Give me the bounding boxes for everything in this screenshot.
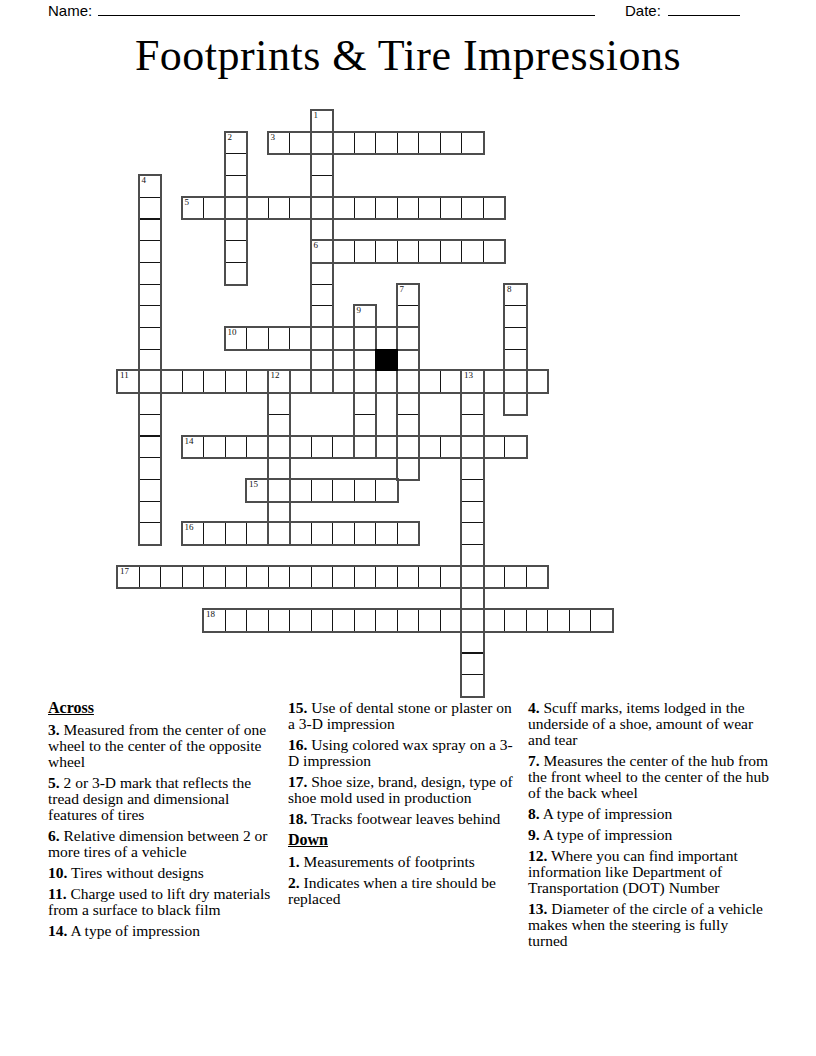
grid-cell[interactable] <box>397 370 420 393</box>
clue-17: 17. Shoe size, brand, design, type of sh… <box>288 774 518 806</box>
clue-number-label: 3. <box>48 721 60 738</box>
clue-number-label: 1. <box>288 853 300 870</box>
grid-cell[interactable] <box>375 197 398 220</box>
grid-cell[interactable] <box>397 457 420 480</box>
grid-cell[interactable] <box>526 370 549 393</box>
clue-8: 8. A type of impression <box>528 806 770 822</box>
clue-number-label: 17. <box>288 773 307 790</box>
grid-cell[interactable] <box>246 327 269 350</box>
grid-cell[interactable]: 11 <box>117 370 140 393</box>
grid-cell[interactable] <box>203 370 226 393</box>
clue-10: 10. Tires without designs <box>48 865 278 881</box>
grid-cell[interactable] <box>440 566 463 589</box>
grid-cell[interactable] <box>139 370 162 393</box>
grid-cell[interactable] <box>440 370 463 393</box>
clue-number: 10 <box>228 328 237 337</box>
clue-number: 14 <box>185 437 194 446</box>
name-label: Name: <box>48 2 92 19</box>
grid-cell[interactable] <box>139 566 162 589</box>
grid-cell[interactable] <box>139 414 162 437</box>
grid-cell[interactable] <box>461 522 484 545</box>
grid-cell[interactable] <box>160 566 183 589</box>
grid-cell[interactable] <box>483 370 506 393</box>
grid-cell[interactable] <box>289 479 312 502</box>
grid-cell[interactable] <box>440 197 463 220</box>
header-row: Name: Date: <box>48 2 768 20</box>
grid-cell[interactable] <box>461 457 484 480</box>
grid-cell[interactable] <box>203 522 226 545</box>
clue-number-label: 4. <box>528 699 540 716</box>
clue-number-label: 14. <box>48 922 67 939</box>
clue-number: 16 <box>185 523 194 532</box>
grid-cell[interactable] <box>268 501 291 524</box>
grid-cell[interactable] <box>354 370 377 393</box>
grid-cell[interactable] <box>225 219 248 242</box>
grid-cell[interactable] <box>590 609 613 632</box>
clue-9: 9. A type of impression <box>528 827 770 843</box>
grid-cell[interactable] <box>397 197 420 220</box>
grid-cell[interactable] <box>246 370 269 393</box>
grid-cell[interactable]: 7 <box>397 284 420 307</box>
grid-cell[interactable] <box>225 522 248 545</box>
clue-16: 16. Using colored wax spray on a 3-D imp… <box>288 737 518 769</box>
clue-number-label: 11. <box>48 885 67 902</box>
grid-cell[interactable] <box>418 240 441 263</box>
grid-cell[interactable] <box>311 609 334 632</box>
grid-cell[interactable]: 9 <box>354 305 377 328</box>
grid-cell[interactable] <box>397 327 420 350</box>
grid-cell[interactable] <box>139 197 162 220</box>
clue-number: 17 <box>120 567 129 576</box>
grid-cell[interactable] <box>311 327 334 350</box>
grid-cell[interactable]: 5 <box>182 197 205 220</box>
clue-4: 4. Scuff marks, items lodged in the unde… <box>528 700 770 748</box>
grid-cell[interactable]: 4 <box>139 175 162 198</box>
grid-cell[interactable] <box>182 370 205 393</box>
grid-cell[interactable] <box>203 566 226 589</box>
grid-cell[interactable]: 2 <box>225 132 248 155</box>
grid-cell[interactable] <box>311 262 334 285</box>
grid-cell[interactable] <box>268 436 291 459</box>
grid-cell[interactable]: 13 <box>461 370 484 393</box>
grid-cell[interactable] <box>483 436 506 459</box>
grid-cell[interactable] <box>375 436 398 459</box>
grid-cell[interactable] <box>440 132 463 155</box>
grid-cell[interactable]: 14 <box>182 436 205 459</box>
grid-cell[interactable] <box>354 522 377 545</box>
grid-cell[interactable] <box>225 262 248 285</box>
grid-cell[interactable] <box>225 153 248 176</box>
clue-7: 7. Measures the center of the hub from t… <box>528 753 770 801</box>
grid-cell[interactable] <box>139 284 162 307</box>
grid-cell[interactable] <box>311 349 334 372</box>
clue-number-label: 13. <box>528 900 547 917</box>
clue-number: 13 <box>464 371 473 380</box>
grid-cell[interactable] <box>461 479 484 502</box>
grid-cell[interactable]: 6 <box>311 240 334 263</box>
grid-cell[interactable] <box>139 327 162 350</box>
grid-cell[interactable] <box>461 436 484 459</box>
grid-cell[interactable] <box>461 197 484 220</box>
grid-cell[interactable] <box>289 522 312 545</box>
grid-cell[interactable] <box>461 414 484 437</box>
grid-cell[interactable] <box>139 479 162 502</box>
grid-cell[interactable] <box>268 522 291 545</box>
grid-cell[interactable] <box>246 566 269 589</box>
grid-cell[interactable] <box>332 132 355 155</box>
grid-cell[interactable] <box>311 197 334 220</box>
clue-14: 14. A type of impression <box>48 923 278 939</box>
grid-cell[interactable] <box>139 436 162 459</box>
grid-cell[interactable] <box>311 284 334 307</box>
clue-3: 3. Measured from the center of one wheel… <box>48 722 278 770</box>
grid-cell[interactable] <box>354 414 377 437</box>
grid-cell[interactable] <box>461 653 484 676</box>
grid-cell[interactable] <box>526 566 549 589</box>
grid-cell[interactable] <box>311 175 334 198</box>
grid-cell[interactable] <box>289 566 312 589</box>
grid-cell[interactable] <box>354 479 377 502</box>
clue-number-label: 2. <box>288 874 300 891</box>
grid-cell[interactable] <box>354 436 377 459</box>
clue-13: 13. Diameter of the circle of a vehicle … <box>528 901 770 949</box>
grid-cell[interactable] <box>440 240 463 263</box>
clue-6: 6. Relative dimension between 2 or more … <box>48 828 278 860</box>
grid-cell[interactable] <box>332 240 355 263</box>
grid-cell[interactable] <box>225 240 248 263</box>
clue-number: 7 <box>400 285 405 294</box>
grid-cell[interactable] <box>332 609 355 632</box>
grid-cell[interactable] <box>225 175 248 198</box>
clue-number-label: 6. <box>48 827 60 844</box>
grid-cell[interactable] <box>332 197 355 220</box>
grid-cell[interactable] <box>246 197 269 220</box>
grid-cell[interactable] <box>504 566 527 589</box>
grid-cell[interactable] <box>375 479 398 502</box>
grid-cell[interactable] <box>418 566 441 589</box>
grid-cell[interactable] <box>397 349 420 372</box>
grid-cell[interactable]: 17 <box>117 566 140 589</box>
grid-cell[interactable] <box>375 522 398 545</box>
grid-cell[interactable] <box>332 566 355 589</box>
grid-cell[interactable] <box>139 522 162 545</box>
grid-cell[interactable] <box>418 132 441 155</box>
grid-cell[interactable] <box>483 609 506 632</box>
grid-cell[interactable] <box>225 609 248 632</box>
grid-cell[interactable] <box>440 436 463 459</box>
grid-cell[interactable]: 3 <box>268 132 291 155</box>
grid-cell[interactable] <box>461 544 484 567</box>
clue-column-3: 4. Scuff marks, items lodged in the unde… <box>528 700 770 954</box>
grid-cell[interactable] <box>182 566 205 589</box>
clue-column-1: Across3. Measured from the center of one… <box>48 700 278 944</box>
grid-cell[interactable] <box>461 392 484 415</box>
worksheet-page: Name: Date: Footprints & Tire Impression… <box>0 0 816 1056</box>
grid-cell[interactable] <box>139 457 162 480</box>
clue-18: 18. Tracks footwear leaves behind <box>288 811 518 827</box>
name-blank-line <box>98 15 595 16</box>
grid-cell[interactable] <box>461 631 484 654</box>
grid-cell[interactable] <box>268 609 291 632</box>
grid-cell[interactable] <box>268 479 291 502</box>
grid-cell[interactable] <box>311 370 334 393</box>
grid-cell[interactable] <box>332 436 355 459</box>
grid-cell[interactable] <box>461 132 484 155</box>
grid-cell[interactable] <box>289 370 312 393</box>
clue-15: 15. Use of dental stone or plaster on a … <box>288 700 518 732</box>
grid-cell[interactable] <box>418 436 441 459</box>
grid-cell[interactable] <box>397 392 420 415</box>
grid-cell[interactable] <box>354 349 377 372</box>
grid-cell[interactable] <box>504 327 527 350</box>
grid-cell[interactable] <box>225 566 248 589</box>
grid-cell[interactable] <box>225 197 248 220</box>
grid-cell[interactable] <box>139 392 162 415</box>
grid-cell[interactable] <box>375 132 398 155</box>
clue-5: 5. 2 or 3-D mark that reflects the tread… <box>48 775 278 823</box>
grid-cell[interactable] <box>311 436 334 459</box>
grid-cell[interactable] <box>246 522 269 545</box>
grid-cell[interactable] <box>418 197 441 220</box>
clue-2: 2. Indicates when a tire should be repla… <box>288 875 518 907</box>
grid-cell[interactable] <box>332 370 355 393</box>
grid-cell[interactable]: 15 <box>246 479 269 502</box>
grid-cell[interactable] <box>375 327 398 350</box>
grid-cell[interactable] <box>483 566 506 589</box>
grid-cell[interactable] <box>354 609 377 632</box>
grid-cell[interactable] <box>311 566 334 589</box>
grid-cell[interactable] <box>203 197 226 220</box>
grid-cell[interactable] <box>375 370 398 393</box>
grid-cell[interactable] <box>354 392 377 415</box>
clue-number: 6 <box>314 241 319 250</box>
clue-number: 8 <box>507 285 512 294</box>
grid-cell[interactable]: 12 <box>268 370 291 393</box>
grid-cell[interactable] <box>461 674 484 697</box>
grid-cell[interactable] <box>397 566 420 589</box>
grid-cell[interactable] <box>397 305 420 328</box>
clue-number-label: 18. <box>288 810 307 827</box>
grid-cell[interactable] <box>397 240 420 263</box>
grid-cell[interactable] <box>418 370 441 393</box>
grid-cell[interactable] <box>504 436 527 459</box>
grid-cell[interactable] <box>526 609 549 632</box>
grid-cell[interactable] <box>397 609 420 632</box>
grid-cell[interactable] <box>268 327 291 350</box>
grid-cell[interactable] <box>354 132 377 155</box>
grid-cell[interactable] <box>461 609 484 632</box>
grid-cell[interactable] <box>354 240 377 263</box>
clue-number-label: 7. <box>528 752 540 769</box>
grid-cell[interactable] <box>332 522 355 545</box>
clue-11: 11. Charge used to lift dry materials fr… <box>48 886 278 918</box>
grid-cell[interactable] <box>139 501 162 524</box>
grid-cell[interactable] <box>375 609 398 632</box>
page-title: Footprints & Tire Impressions <box>0 30 816 81</box>
grid-cell[interactable] <box>461 587 484 610</box>
clue-heading-down: Down <box>288 832 518 848</box>
grid-cell[interactable] <box>268 566 291 589</box>
clue-heading-across: Across <box>48 700 278 716</box>
date-blank-line <box>668 15 740 16</box>
clue-number-label: 12. <box>528 847 547 864</box>
clue-number-label: 10. <box>48 864 67 881</box>
grid-cell[interactable] <box>311 219 334 242</box>
grid-cell[interactable] <box>569 609 592 632</box>
grid-cell[interactable] <box>311 305 334 328</box>
date-label: Date: <box>625 2 661 19</box>
grid-cell[interactable] <box>246 609 269 632</box>
grid-cell[interactable]: 16 <box>182 522 205 545</box>
grid-cell[interactable] <box>504 305 527 328</box>
grid-cell[interactable] <box>139 240 162 263</box>
clue-number-label: 9. <box>528 826 540 843</box>
clue-1: 1. Measurements of footprints <box>288 854 518 870</box>
grid-cell[interactable] <box>311 479 334 502</box>
grid-cell[interactable] <box>203 436 226 459</box>
grid-cell[interactable] <box>461 501 484 524</box>
grid-cell[interactable] <box>139 262 162 285</box>
clue-number-label: 5. <box>48 774 60 791</box>
grid-cell[interactable] <box>461 566 484 589</box>
grid-cell[interactable] <box>397 414 420 437</box>
grid-cell[interactable] <box>332 479 355 502</box>
grid-cell[interactable] <box>354 566 377 589</box>
grid-cell[interactable] <box>397 436 420 459</box>
grid-cell[interactable] <box>289 609 312 632</box>
clue-number-label: 8. <box>528 805 540 822</box>
grid-cell[interactable] <box>225 370 248 393</box>
grid-cell[interactable]: 8 <box>504 284 527 307</box>
grid-cell[interactable] <box>311 522 334 545</box>
clue-number: 5 <box>185 198 190 207</box>
grid-cell[interactable]: 18 <box>203 609 226 632</box>
grid-cell[interactable] <box>225 436 248 459</box>
clue-column-2: 15. Use of dental stone or plaster on a … <box>288 700 518 912</box>
grid-cell[interactable] <box>504 609 527 632</box>
grid-cell[interactable] <box>268 457 291 480</box>
clue-number-label: 15. <box>288 699 307 716</box>
clue-number: 4 <box>142 176 147 185</box>
grid-cell[interactable] <box>268 392 291 415</box>
grid-cell[interactable] <box>160 370 183 393</box>
grid-cell[interactable] <box>311 132 334 155</box>
grid-cell[interactable] <box>504 392 527 415</box>
grid-cell[interactable] <box>289 327 312 350</box>
grid-cell[interactable]: 1 <box>311 110 334 133</box>
grid-cell[interactable] <box>289 132 312 155</box>
grid-cell[interactable] <box>483 240 506 263</box>
grid-cell[interactable] <box>246 436 269 459</box>
grid-cell[interactable] <box>397 522 420 545</box>
grid-cell[interactable] <box>139 305 162 328</box>
grid-cell[interactable] <box>504 370 527 393</box>
grid-cell[interactable] <box>289 436 312 459</box>
grid-cell[interactable] <box>418 609 441 632</box>
clue-number: 3 <box>271 133 276 142</box>
grid-cell[interactable] <box>397 132 420 155</box>
grid-cell[interactable] <box>547 609 570 632</box>
clue-number: 2 <box>228 133 233 142</box>
clue-number: 15 <box>249 480 258 489</box>
grid-cell[interactable] <box>483 197 506 220</box>
grid-cell[interactable] <box>139 349 162 372</box>
grid-cell[interactable] <box>268 414 291 437</box>
grid-cell[interactable]: 10 <box>225 327 248 350</box>
grid-cell[interactable] <box>375 240 398 263</box>
clue-number: 18 <box>206 610 215 619</box>
clue-number: 11 <box>120 371 129 380</box>
grid-cell[interactable] <box>289 197 312 220</box>
grid-cell[interactable] <box>504 349 527 372</box>
grid-cell[interactable] <box>354 327 377 350</box>
clue-12: 12. Where you can find important informa… <box>528 848 770 896</box>
clue-number: 1 <box>314 111 319 120</box>
black-cell <box>375 349 398 372</box>
grid-cell[interactable] <box>461 240 484 263</box>
clue-number: 9 <box>357 306 362 315</box>
grid-cell[interactable] <box>440 609 463 632</box>
clue-number-label: 16. <box>288 736 307 753</box>
grid-cell[interactable] <box>311 153 334 176</box>
grid-cell[interactable] <box>268 197 291 220</box>
grid-cell[interactable] <box>375 566 398 589</box>
clue-number: 12 <box>271 371 280 380</box>
grid-cell[interactable] <box>332 327 355 350</box>
grid-cell[interactable] <box>139 219 162 242</box>
grid-cell[interactable] <box>354 197 377 220</box>
